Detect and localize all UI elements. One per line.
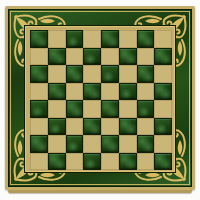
square-r2c5[interactable] — [101, 48, 119, 66]
square-r5c2[interactable] — [48, 100, 66, 118]
square-r8c1[interactable] — [30, 153, 48, 171]
square-r6c1[interactable] — [30, 118, 48, 136]
square-r7c4[interactable] — [83, 135, 101, 153]
squares-grid — [30, 30, 172, 170]
square-r2c2[interactable] — [48, 48, 66, 66]
square-r3c6[interactable] — [119, 65, 137, 83]
square-r7c6[interactable] — [119, 135, 137, 153]
square-r4c7[interactable] — [137, 83, 155, 101]
square-r4c1[interactable] — [30, 83, 48, 101]
square-r3c4[interactable] — [83, 65, 101, 83]
square-r5c4[interactable] — [83, 100, 101, 118]
square-r6c6[interactable] — [119, 118, 137, 136]
square-r2c7[interactable] — [137, 48, 155, 66]
square-r4c2[interactable] — [48, 83, 66, 101]
chessboard — [5, 6, 195, 190]
square-r5c3[interactable] — [66, 100, 84, 118]
square-r5c1[interactable] — [30, 100, 48, 118]
square-r4c4[interactable] — [83, 83, 101, 101]
square-r6c8[interactable] — [154, 118, 172, 136]
board-side-edge — [8, 190, 192, 193]
square-r7c2[interactable] — [48, 135, 66, 153]
square-r1c5[interactable] — [101, 30, 119, 48]
square-r2c8[interactable] — [154, 48, 172, 66]
square-r7c3[interactable] — [66, 135, 84, 153]
square-r5c6[interactable] — [119, 100, 137, 118]
square-r6c5[interactable] — [101, 118, 119, 136]
square-r3c3[interactable] — [66, 65, 84, 83]
square-r4c6[interactable] — [119, 83, 137, 101]
square-r6c3[interactable] — [66, 118, 84, 136]
square-r1c8[interactable] — [154, 30, 172, 48]
square-r8c4[interactable] — [83, 153, 101, 171]
square-r5c7[interactable] — [137, 100, 155, 118]
square-r2c6[interactable] — [119, 48, 137, 66]
square-r8c3[interactable] — [66, 153, 84, 171]
square-r1c3[interactable] — [66, 30, 84, 48]
square-r2c4[interactable] — [83, 48, 101, 66]
square-r8c2[interactable] — [48, 153, 66, 171]
square-r4c5[interactable] — [101, 83, 119, 101]
square-r6c7[interactable] — [137, 118, 155, 136]
square-r7c5[interactable] — [101, 135, 119, 153]
square-r1c7[interactable] — [137, 30, 155, 48]
square-r1c2[interactable] — [48, 30, 66, 48]
square-r8c6[interactable] — [119, 153, 137, 171]
square-r2c1[interactable] — [30, 48, 48, 66]
square-r1c1[interactable] — [30, 30, 48, 48]
square-r3c8[interactable] — [154, 65, 172, 83]
square-r7c1[interactable] — [30, 135, 48, 153]
square-r5c5[interactable] — [101, 100, 119, 118]
square-r6c2[interactable] — [48, 118, 66, 136]
square-r4c3[interactable] — [66, 83, 84, 101]
square-r7c8[interactable] — [154, 135, 172, 153]
square-r1c4[interactable] — [83, 30, 101, 48]
square-r8c7[interactable] — [137, 153, 155, 171]
square-r7c7[interactable] — [137, 135, 155, 153]
square-r8c5[interactable] — [101, 153, 119, 171]
square-r5c8[interactable] — [154, 100, 172, 118]
square-r3c7[interactable] — [137, 65, 155, 83]
square-r8c8[interactable] — [154, 153, 172, 171]
square-r3c5[interactable] — [101, 65, 119, 83]
square-r1c6[interactable] — [119, 30, 137, 48]
square-r6c4[interactable] — [83, 118, 101, 136]
square-r4c8[interactable] — [154, 83, 172, 101]
square-r3c1[interactable] — [30, 65, 48, 83]
square-r3c2[interactable] — [48, 65, 66, 83]
square-r2c3[interactable] — [66, 48, 84, 66]
